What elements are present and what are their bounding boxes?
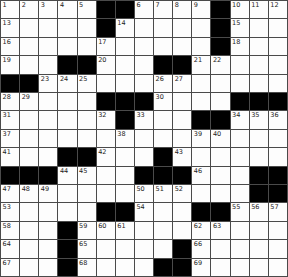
clue-number: 3 xyxy=(41,1,45,9)
cell-r12c13[interactable]: 55 xyxy=(231,203,249,220)
cell-r1c15[interactable]: 12 xyxy=(269,1,287,18)
cell-r15c12[interactable] xyxy=(211,259,229,276)
clue-number: 47 xyxy=(3,185,11,193)
cell-r8c2[interactable] xyxy=(20,130,38,147)
cell-r1c11[interactable]: 9 xyxy=(192,1,210,18)
cell-r7c1[interactable]: 31 xyxy=(1,111,19,128)
cell-r1c14[interactable]: 11 xyxy=(250,1,268,18)
cell-r6c9[interactable]: 30 xyxy=(154,93,172,110)
cell-r5c14[interactable] xyxy=(250,75,268,92)
black-cell-r10c10 xyxy=(173,167,191,184)
cell-r6c1[interactable]: 28 xyxy=(1,93,19,110)
cell-r5c7[interactable] xyxy=(116,75,134,92)
clue-number: 21 xyxy=(194,56,202,64)
black-cell-r10c2 xyxy=(20,167,38,184)
cell-r3c13[interactable]: 18 xyxy=(231,38,249,55)
cell-r8c7[interactable]: 38 xyxy=(116,130,134,147)
cell-r9c13[interactable] xyxy=(231,148,249,165)
clue-number: 53 xyxy=(3,203,11,211)
cell-r3c6[interactable]: 17 xyxy=(97,38,115,55)
clue-number: 38 xyxy=(117,130,125,138)
cell-r8c8[interactable] xyxy=(135,130,153,147)
clue-number: 66 xyxy=(194,240,202,248)
cell-r15c5[interactable]: 68 xyxy=(78,259,96,276)
cell-r3c9[interactable] xyxy=(154,38,172,55)
clue-number: 16 xyxy=(3,38,11,46)
black-cell-r5c2 xyxy=(20,75,38,92)
cell-r5c4[interactable]: 24 xyxy=(58,75,76,92)
cell-r14c14[interactable] xyxy=(250,240,268,257)
cell-r5c5[interactable]: 25 xyxy=(78,75,96,92)
cell-r11c1[interactable]: 47 xyxy=(1,185,19,202)
clue-number: 35 xyxy=(251,111,259,119)
cell-r14c9[interactable] xyxy=(154,240,172,257)
clue-number: 54 xyxy=(136,203,144,211)
cell-r7c14[interactable]: 35 xyxy=(250,111,268,128)
clue-number: 52 xyxy=(175,185,183,193)
clue-number: 5 xyxy=(79,1,83,9)
clue-number: 22 xyxy=(213,56,221,64)
cell-r4c1[interactable]: 19 xyxy=(1,56,19,73)
clue-number: 69 xyxy=(194,259,202,267)
cell-r13c14[interactable] xyxy=(250,222,268,239)
cell-r6c5[interactable] xyxy=(78,93,96,110)
clue-number: 37 xyxy=(3,130,11,138)
cell-r7c10[interactable] xyxy=(173,111,191,128)
black-cell-r12c12 xyxy=(211,203,229,220)
black-cell-r13c4 xyxy=(58,222,76,239)
cell-r2c11[interactable] xyxy=(192,19,210,36)
cell-r10c6[interactable] xyxy=(97,167,115,184)
cell-r11c9[interactable]: 51 xyxy=(154,185,172,202)
clue-number: 64 xyxy=(3,240,11,248)
cell-r3c10[interactable] xyxy=(173,38,191,55)
clue-number: 48 xyxy=(22,185,30,193)
cell-r8c15[interactable] xyxy=(269,130,287,147)
cell-r9c8[interactable] xyxy=(135,148,153,165)
clue-number: 65 xyxy=(79,240,87,248)
clue-number: 7 xyxy=(156,1,160,9)
clue-number: 18 xyxy=(232,38,240,46)
cell-r2c10[interactable] xyxy=(173,19,191,36)
clue-number: 17 xyxy=(98,38,106,46)
cell-r13c9[interactable] xyxy=(154,222,172,239)
cell-r15c3[interactable] xyxy=(39,259,57,276)
cell-r14c3[interactable] xyxy=(39,240,57,257)
cell-r3c15[interactable] xyxy=(269,38,287,55)
cell-r7c6[interactable]: 32 xyxy=(97,111,115,128)
cell-r8c11[interactable]: 39 xyxy=(192,130,210,147)
cell-r9c6[interactable]: 42 xyxy=(97,148,115,165)
black-cell-r9c4 xyxy=(58,148,76,165)
cell-r7c15[interactable]: 36 xyxy=(269,111,287,128)
black-cell-r1c7 xyxy=(116,1,134,18)
cell-r14c11[interactable]: 66 xyxy=(192,240,210,257)
black-cell-r9c9 xyxy=(154,148,172,165)
cell-r15c8[interactable] xyxy=(135,259,153,276)
cell-r8c9[interactable] xyxy=(154,130,172,147)
cell-r13c10[interactable] xyxy=(173,222,191,239)
cell-r13c5[interactable]: 59 xyxy=(78,222,96,239)
black-cell-r11c14 xyxy=(250,185,268,202)
black-cell-r10c14 xyxy=(250,167,268,184)
clue-number: 46 xyxy=(194,167,202,175)
cell-r1c8[interactable]: 6 xyxy=(135,1,153,18)
clue-number: 39 xyxy=(194,130,202,138)
clue-number: 14 xyxy=(117,19,125,27)
cell-r9c2[interactable] xyxy=(20,148,38,165)
cell-r3c11[interactable] xyxy=(192,38,210,55)
cell-r9c10[interactable]: 43 xyxy=(173,148,191,165)
cell-r11c2[interactable]: 48 xyxy=(20,185,38,202)
clue-number: 10 xyxy=(232,1,240,9)
cell-r5c12[interactable] xyxy=(211,75,229,92)
cell-r10c5[interactable]: 45 xyxy=(78,167,96,184)
cell-r7c3[interactable] xyxy=(39,111,57,128)
clue-number: 67 xyxy=(3,259,11,267)
black-cell-r15c10 xyxy=(173,259,191,276)
clue-number: 33 xyxy=(136,111,144,119)
clue-number: 19 xyxy=(3,56,11,64)
clue-number: 9 xyxy=(194,1,198,9)
cell-r11c11[interactable] xyxy=(192,185,210,202)
clue-number: 20 xyxy=(98,56,106,64)
clue-number: 2 xyxy=(22,1,26,9)
cell-r12c8[interactable]: 54 xyxy=(135,203,153,220)
cell-r15c15[interactable] xyxy=(269,259,287,276)
black-cell-r7c12 xyxy=(211,111,229,128)
cell-r6c3[interactable] xyxy=(39,93,57,110)
clue-number: 59 xyxy=(79,222,87,230)
clue-number: 61 xyxy=(117,222,125,230)
clue-number: 15 xyxy=(232,19,240,27)
clue-number: 42 xyxy=(98,148,106,156)
clue-number: 24 xyxy=(60,75,68,83)
cell-r1c3[interactable]: 3 xyxy=(39,1,57,18)
black-cell-r15c9 xyxy=(154,259,172,276)
cell-r13c7[interactable]: 61 xyxy=(116,222,134,239)
clue-number: 25 xyxy=(79,75,87,83)
cell-r3c14[interactable] xyxy=(250,38,268,55)
clue-number: 56 xyxy=(251,203,259,211)
clue-number: 27 xyxy=(175,75,183,83)
cell-r13c8[interactable] xyxy=(135,222,153,239)
cell-r1c5[interactable]: 5 xyxy=(78,1,96,18)
cell-r8c13[interactable] xyxy=(231,130,249,147)
clue-number: 4 xyxy=(60,1,64,9)
cell-r8c10[interactable] xyxy=(173,130,191,147)
black-cell-r9c5 xyxy=(78,148,96,165)
cell-r5c10[interactable]: 27 xyxy=(173,75,191,92)
clue-number: 51 xyxy=(156,185,164,193)
cell-r14c8[interactable] xyxy=(135,240,153,257)
cell-r3c3[interactable] xyxy=(39,38,57,55)
cell-r14c15[interactable] xyxy=(269,240,287,257)
cell-r10c12[interactable] xyxy=(211,167,229,184)
clue-number: 26 xyxy=(156,75,164,83)
black-cell-r10c1 xyxy=(1,167,19,184)
clue-number: 60 xyxy=(98,222,106,230)
black-cell-r12c11 xyxy=(192,203,210,220)
cell-r13c2[interactable] xyxy=(20,222,38,239)
black-cell-r10c3 xyxy=(39,167,57,184)
cell-r2c2[interactable] xyxy=(20,19,38,36)
clue-number: 50 xyxy=(136,185,144,193)
cell-r9c3[interactable] xyxy=(39,148,57,165)
black-cell-r7c11 xyxy=(192,111,210,128)
cell-r5c15[interactable] xyxy=(269,75,287,92)
cell-r9c7[interactable] xyxy=(116,148,134,165)
cell-r13c13[interactable] xyxy=(231,222,249,239)
cell-r11c3[interactable]: 49 xyxy=(39,185,57,202)
cell-r3c7[interactable] xyxy=(116,38,134,55)
cell-r14c6[interactable] xyxy=(97,240,115,257)
black-cell-r4c5 xyxy=(78,56,96,73)
clue-number: 31 xyxy=(3,111,11,119)
clue-number: 6 xyxy=(136,1,140,9)
cell-r14c13[interactable] xyxy=(231,240,249,257)
cell-r7c4[interactable] xyxy=(58,111,76,128)
cell-r12c5[interactable] xyxy=(78,203,96,220)
black-cell-r7c7 xyxy=(116,111,134,128)
cell-r10c7[interactable] xyxy=(116,167,134,184)
cell-r14c2[interactable] xyxy=(20,240,38,257)
cell-r5c6[interactable] xyxy=(97,75,115,92)
cell-r12c2[interactable] xyxy=(20,203,38,220)
cell-r8c6[interactable] xyxy=(97,130,115,147)
black-cell-r12c7 xyxy=(116,203,134,220)
cell-r2c14[interactable] xyxy=(250,19,268,36)
black-cell-r1c12 xyxy=(211,1,229,18)
clue-number: 34 xyxy=(232,111,240,119)
black-cell-r14c4 xyxy=(58,240,76,257)
clue-number: 32 xyxy=(98,111,106,119)
clue-number: 30 xyxy=(156,93,164,101)
cell-r9c11[interactable] xyxy=(192,148,210,165)
black-cell-r2c6 xyxy=(97,19,115,36)
cell-r9c14[interactable] xyxy=(250,148,268,165)
crossword-grid: 1234567891011121314151617181920212223242… xyxy=(0,0,288,277)
cell-r13c6[interactable]: 60 xyxy=(97,222,115,239)
black-cell-r10c9 xyxy=(154,167,172,184)
cell-r10c11[interactable]: 46 xyxy=(192,167,210,184)
clue-number: 13 xyxy=(3,19,11,27)
black-cell-r6c7 xyxy=(116,93,134,110)
cell-r10c13[interactable] xyxy=(231,167,249,184)
black-cell-r12c6 xyxy=(97,203,115,220)
clue-number: 45 xyxy=(79,167,87,175)
cell-r7c8[interactable]: 33 xyxy=(135,111,153,128)
cell-r15c7[interactable] xyxy=(116,259,134,276)
black-cell-r4c4 xyxy=(58,56,76,73)
clue-number: 44 xyxy=(60,167,68,175)
clue-number: 8 xyxy=(175,1,179,9)
cell-r13c11[interactable]: 62 xyxy=(192,222,210,239)
clue-number: 43 xyxy=(175,148,183,156)
cell-r4c15[interactable] xyxy=(269,56,287,73)
cell-r9c12[interactable] xyxy=(211,148,229,165)
cell-r8c4[interactable] xyxy=(58,130,76,147)
cell-r6c11[interactable] xyxy=(192,93,210,110)
cell-r11c12[interactable] xyxy=(211,185,229,202)
clue-number: 28 xyxy=(3,93,11,101)
clue-number: 1 xyxy=(3,1,7,9)
black-cell-r10c15 xyxy=(269,167,287,184)
cell-r5c9[interactable]: 26 xyxy=(154,75,172,92)
cell-r10c4[interactable]: 44 xyxy=(58,167,76,184)
cell-r11c7[interactable] xyxy=(116,185,134,202)
cell-r14c7[interactable] xyxy=(116,240,134,257)
black-cell-r4c9 xyxy=(154,56,172,73)
cell-r2c5[interactable] xyxy=(78,19,96,36)
clue-number: 57 xyxy=(270,203,278,211)
cell-r11c13[interactable] xyxy=(231,185,249,202)
black-cell-r6c6 xyxy=(97,93,115,110)
cell-r1c4[interactable]: 4 xyxy=(58,1,76,18)
black-cell-r2c12 xyxy=(211,19,229,36)
cell-r4c13[interactable] xyxy=(231,56,249,73)
cell-r3c4[interactable] xyxy=(58,38,76,55)
cell-r13c1[interactable]: 58 xyxy=(1,222,19,239)
cell-r2c7[interactable]: 14 xyxy=(116,19,134,36)
cell-r4c14[interactable] xyxy=(250,56,268,73)
clue-number: 40 xyxy=(213,130,221,138)
cell-r1c2[interactable]: 2 xyxy=(20,1,38,18)
cell-r12c10[interactable] xyxy=(173,203,191,220)
cell-r8c1[interactable]: 37 xyxy=(1,130,19,147)
cell-r15c6[interactable] xyxy=(97,259,115,276)
black-cell-r15c4 xyxy=(58,259,76,276)
cell-r13c3[interactable] xyxy=(39,222,57,239)
cell-r5c3[interactable]: 23 xyxy=(39,75,57,92)
cell-r11c4[interactable] xyxy=(58,185,76,202)
cell-r12c4[interactable] xyxy=(58,203,76,220)
clue-number: 63 xyxy=(213,222,221,230)
cell-r15c2[interactable] xyxy=(20,259,38,276)
black-cell-r6c13 xyxy=(231,93,249,110)
clue-number: 55 xyxy=(232,203,240,211)
cell-r5c8[interactable] xyxy=(135,75,153,92)
black-cell-r4c10 xyxy=(173,56,191,73)
cell-r2c3[interactable] xyxy=(39,19,57,36)
cell-r12c15[interactable]: 57 xyxy=(269,203,287,220)
black-cell-r3c12 xyxy=(211,38,229,55)
cell-r4c8[interactable] xyxy=(135,56,153,73)
cell-r8c5[interactable] xyxy=(78,130,96,147)
cell-r6c4[interactable] xyxy=(58,93,76,110)
cell-r6c12[interactable] xyxy=(211,93,229,110)
cell-r15c11[interactable]: 69 xyxy=(192,259,210,276)
cell-r1c1[interactable]: 1 xyxy=(1,1,19,18)
cell-r7c2[interactable] xyxy=(20,111,38,128)
cell-r15c13[interactable] xyxy=(231,259,249,276)
clue-number: 29 xyxy=(22,93,30,101)
black-cell-r6c14 xyxy=(250,93,268,110)
cell-r2c4[interactable] xyxy=(58,19,76,36)
cell-r3c2[interactable] xyxy=(20,38,38,55)
cell-r13c12[interactable]: 63 xyxy=(211,222,229,239)
cell-r3c5[interactable] xyxy=(78,38,96,55)
cell-r11c10[interactable]: 52 xyxy=(173,185,191,202)
black-cell-r6c15 xyxy=(269,93,287,110)
cell-r12c9[interactable] xyxy=(154,203,172,220)
cell-r2c9[interactable] xyxy=(154,19,172,36)
cell-r11c5[interactable] xyxy=(78,185,96,202)
cell-r15c14[interactable] xyxy=(250,259,268,276)
cell-r8c3[interactable] xyxy=(39,130,57,147)
cell-r4c3[interactable] xyxy=(39,56,57,73)
cell-r8c14[interactable] xyxy=(250,130,268,147)
clue-number: 62 xyxy=(194,222,202,230)
clue-number: 11 xyxy=(251,1,259,9)
black-cell-r10c8 xyxy=(135,167,153,184)
cell-r2c15[interactable] xyxy=(269,19,287,36)
cell-r6c10[interactable] xyxy=(173,93,191,110)
cell-r8c12[interactable]: 40 xyxy=(211,130,229,147)
cell-r4c12[interactable]: 22 xyxy=(211,56,229,73)
cell-r11c8[interactable]: 50 xyxy=(135,185,153,202)
clue-number: 58 xyxy=(3,222,11,230)
clue-number: 49 xyxy=(41,185,49,193)
cell-r6c2[interactable]: 29 xyxy=(20,93,38,110)
cell-r4c6[interactable]: 20 xyxy=(97,56,115,73)
black-cell-r6c8 xyxy=(135,93,153,110)
cell-r3c1[interactable]: 16 xyxy=(1,38,19,55)
clue-number: 23 xyxy=(41,75,49,83)
cell-r1c13[interactable]: 10 xyxy=(231,1,249,18)
cell-r4c11[interactable]: 21 xyxy=(192,56,210,73)
cell-r4c7[interactable] xyxy=(116,56,134,73)
cell-r12c1[interactable]: 53 xyxy=(1,203,19,220)
cell-r2c13[interactable]: 15 xyxy=(231,19,249,36)
clue-number: 41 xyxy=(3,148,11,156)
black-cell-r5c1 xyxy=(1,75,19,92)
cell-r2c1[interactable]: 13 xyxy=(1,19,19,36)
cell-r9c15[interactable] xyxy=(269,148,287,165)
cell-r7c9[interactable] xyxy=(154,111,172,128)
cell-r13c15[interactable] xyxy=(269,222,287,239)
cell-r14c5[interactable]: 65 xyxy=(78,240,96,257)
cell-r5c11[interactable] xyxy=(192,75,210,92)
clue-number: 36 xyxy=(270,111,278,119)
cell-r12c3[interactable] xyxy=(39,203,57,220)
cell-r14c1[interactable]: 64 xyxy=(1,240,19,257)
cell-r1c10[interactable]: 8 xyxy=(173,1,191,18)
cell-r7c13[interactable]: 34 xyxy=(231,111,249,128)
clue-number: 68 xyxy=(79,259,87,267)
cell-r1c9[interactable]: 7 xyxy=(154,1,172,18)
cell-r11c6[interactable] xyxy=(97,185,115,202)
cell-r14c12[interactable] xyxy=(211,240,229,257)
cell-r4c2[interactable] xyxy=(20,56,38,73)
cell-r7c5[interactable] xyxy=(78,111,96,128)
cell-r3c8[interactable] xyxy=(135,38,153,55)
cell-r15c1[interactable]: 67 xyxy=(1,259,19,276)
cell-r12c14[interactable]: 56 xyxy=(250,203,268,220)
cell-r5c13[interactable] xyxy=(231,75,249,92)
black-cell-r1c6 xyxy=(97,1,115,18)
black-cell-r11c15 xyxy=(269,185,287,202)
cell-r2c8[interactable] xyxy=(135,19,153,36)
black-cell-r14c10 xyxy=(173,240,191,257)
clue-number: 12 xyxy=(270,1,278,9)
cell-r9c1[interactable]: 41 xyxy=(1,148,19,165)
